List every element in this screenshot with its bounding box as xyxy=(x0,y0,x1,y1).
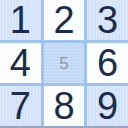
cell-r2c1[interactable]: 8 xyxy=(44,86,85,126)
cell-r1c1[interactable]: 5 xyxy=(44,43,85,83)
cell-r2c0[interactable]: 7 xyxy=(0,86,41,126)
cell-r1c2[interactable]: 6 xyxy=(87,43,128,83)
cell-r0c1[interactable]: 2 xyxy=(44,0,85,40)
cell-r2c2[interactable]: 9 xyxy=(87,86,128,126)
cell-r0c2[interactable]: 3 xyxy=(87,0,128,40)
cell-r0c0[interactable]: 1 xyxy=(0,0,41,40)
sudoku-board: 123456789 xyxy=(0,0,128,128)
cell-r1c0[interactable]: 4 xyxy=(0,43,41,83)
